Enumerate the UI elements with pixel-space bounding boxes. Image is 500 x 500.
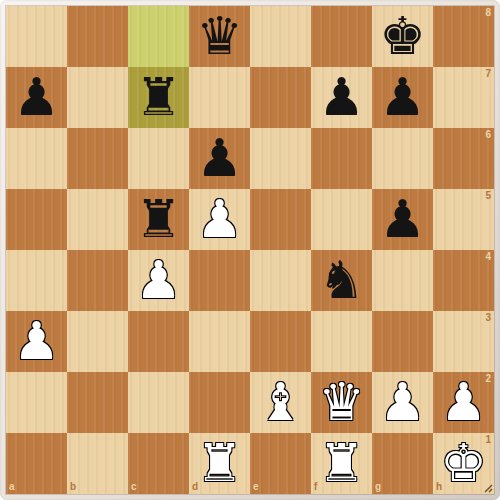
square-a7[interactable]: ♟ xyxy=(6,67,67,128)
coord-rank-2: 2 xyxy=(485,374,491,384)
square-e6[interactable] xyxy=(250,128,311,189)
coord-file-f: f xyxy=(314,482,317,492)
square-c5[interactable]: ♜ xyxy=(128,189,189,250)
piece-white-bishop[interactable]: ♝ xyxy=(257,376,304,428)
square-d3[interactable] xyxy=(189,311,250,372)
square-a1[interactable]: a xyxy=(6,433,67,494)
board-frame: ♛♚8♟♜♟♟7♟6♜♟♟5♟♞4♟3♝♛♟♟2abc♜de♜fg♚1h xyxy=(0,0,500,500)
coord-rank-6: 6 xyxy=(485,130,491,140)
square-h5[interactable]: 5 xyxy=(433,189,494,250)
coord-file-h: h xyxy=(436,482,442,492)
square-h4[interactable]: 4 xyxy=(433,250,494,311)
square-f7[interactable]: ♟ xyxy=(311,67,372,128)
square-g3[interactable] xyxy=(372,311,433,372)
square-h3[interactable]: 3 xyxy=(433,311,494,372)
square-b4[interactable] xyxy=(67,250,128,311)
square-c1[interactable]: c xyxy=(128,433,189,494)
coord-file-a: a xyxy=(9,482,15,492)
piece-white-pawn[interactable]: ♟ xyxy=(13,315,60,367)
resize-handle-icon[interactable] xyxy=(482,482,493,493)
square-b2[interactable] xyxy=(67,372,128,433)
square-h2[interactable]: ♟2 xyxy=(433,372,494,433)
coord-file-b: b xyxy=(70,482,76,492)
piece-white-pawn[interactable]: ♟ xyxy=(379,376,426,428)
square-e1[interactable]: e xyxy=(250,433,311,494)
square-a3[interactable]: ♟ xyxy=(6,311,67,372)
square-c2[interactable] xyxy=(128,372,189,433)
square-d4[interactable] xyxy=(189,250,250,311)
coord-rank-4: 4 xyxy=(485,252,491,262)
square-e5[interactable] xyxy=(250,189,311,250)
piece-white-pawn[interactable]: ♟ xyxy=(135,254,182,306)
square-a5[interactable] xyxy=(6,189,67,250)
coord-file-g: g xyxy=(375,482,381,492)
square-d5[interactable]: ♟ xyxy=(189,189,250,250)
square-h7[interactable]: 7 xyxy=(433,67,494,128)
square-a4[interactable] xyxy=(6,250,67,311)
square-f3[interactable] xyxy=(311,311,372,372)
square-c3[interactable] xyxy=(128,311,189,372)
square-g2[interactable]: ♟ xyxy=(372,372,433,433)
square-c4[interactable]: ♟ xyxy=(128,250,189,311)
piece-black-pawn[interactable]: ♟ xyxy=(318,71,365,123)
square-e7[interactable] xyxy=(250,67,311,128)
square-b1[interactable]: b xyxy=(67,433,128,494)
piece-black-rook[interactable]: ♜ xyxy=(135,71,182,123)
piece-white-rook[interactable]: ♜ xyxy=(196,437,243,489)
square-f5[interactable] xyxy=(311,189,372,250)
square-d8[interactable]: ♛ xyxy=(189,6,250,67)
square-g1[interactable]: g xyxy=(372,433,433,494)
coord-file-c: c xyxy=(131,482,137,492)
square-b6[interactable] xyxy=(67,128,128,189)
square-g8[interactable]: ♚ xyxy=(372,6,433,67)
coord-rank-1: 1 xyxy=(485,435,491,445)
square-b3[interactable] xyxy=(67,311,128,372)
square-f4[interactable]: ♞ xyxy=(311,250,372,311)
square-c6[interactable] xyxy=(128,128,189,189)
square-b5[interactable] xyxy=(67,189,128,250)
square-e3[interactable] xyxy=(250,311,311,372)
piece-black-pawn[interactable]: ♟ xyxy=(196,132,243,184)
square-c7[interactable]: ♜ xyxy=(128,67,189,128)
coord-rank-8: 8 xyxy=(485,8,491,18)
piece-black-king[interactable]: ♚ xyxy=(379,10,426,62)
square-g6[interactable] xyxy=(372,128,433,189)
square-e2[interactable]: ♝ xyxy=(250,372,311,433)
square-a8[interactable] xyxy=(6,6,67,67)
coord-rank-3: 3 xyxy=(485,313,491,323)
coord-rank-7: 7 xyxy=(485,69,491,79)
square-g5[interactable]: ♟ xyxy=(372,189,433,250)
piece-black-queen[interactable]: ♛ xyxy=(196,10,243,62)
piece-black-rook[interactable]: ♜ xyxy=(135,193,182,245)
piece-black-pawn[interactable]: ♟ xyxy=(379,193,426,245)
square-g7[interactable]: ♟ xyxy=(372,67,433,128)
square-d6[interactable]: ♟ xyxy=(189,128,250,189)
square-f8[interactable] xyxy=(311,6,372,67)
coord-file-d: d xyxy=(192,482,198,492)
square-d7[interactable] xyxy=(189,67,250,128)
piece-black-pawn[interactable]: ♟ xyxy=(13,71,60,123)
square-g4[interactable] xyxy=(372,250,433,311)
square-d2[interactable] xyxy=(189,372,250,433)
coord-file-e: e xyxy=(253,482,259,492)
piece-black-knight[interactable]: ♞ xyxy=(318,254,365,306)
square-e8[interactable] xyxy=(250,6,311,67)
square-f1[interactable]: ♜f xyxy=(311,433,372,494)
square-f6[interactable] xyxy=(311,128,372,189)
square-e4[interactable] xyxy=(250,250,311,311)
square-f2[interactable]: ♛ xyxy=(311,372,372,433)
square-b8[interactable] xyxy=(67,6,128,67)
square-b7[interactable] xyxy=(67,67,128,128)
square-d1[interactable]: ♜d xyxy=(189,433,250,494)
piece-black-pawn[interactable]: ♟ xyxy=(379,71,426,123)
square-c8[interactable] xyxy=(128,6,189,67)
chess-board: ♛♚8♟♜♟♟7♟6♜♟♟5♟♞4♟3♝♛♟♟2abc♜de♜fg♚1h xyxy=(6,6,494,494)
piece-white-queen[interactable]: ♛ xyxy=(318,376,365,428)
square-h6[interactable]: 6 xyxy=(433,128,494,189)
square-h8[interactable]: 8 xyxy=(433,6,494,67)
square-a6[interactable] xyxy=(6,128,67,189)
piece-white-rook[interactable]: ♜ xyxy=(318,437,365,489)
coord-rank-5: 5 xyxy=(485,191,491,201)
piece-white-pawn[interactable]: ♟ xyxy=(196,193,243,245)
square-a2[interactable] xyxy=(6,372,67,433)
piece-white-king[interactable]: ♚ xyxy=(440,437,487,489)
piece-white-pawn[interactable]: ♟ xyxy=(440,376,487,428)
